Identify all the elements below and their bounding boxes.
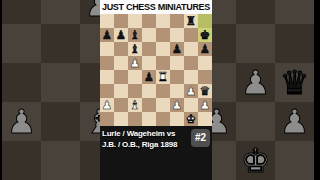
piece-black-b-c6: ♝ [128,42,142,56]
square-h2: ♟ [198,98,212,112]
square-d3 [142,84,156,98]
square-b2 [41,102,80,141]
square-f5 [170,56,184,70]
piece-black-p-b7: ♟ [114,28,128,42]
square-a5 [2,0,41,24]
square-g2 [184,98,198,112]
square-f6: ♟ [170,42,184,56]
square-b7: ♟ [114,28,128,42]
piece-white-b-c2: ♝ [128,98,142,112]
piece-white-p-g3: ♟ [184,84,198,98]
square-g1: ♚ [236,141,275,180]
square-e1 [156,112,170,126]
piece-white-p-f2: ♟ [170,98,184,112]
square-b4 [114,70,128,84]
content-column: JUST CHESS MINIATURES [100,0,212,14]
square-b6 [114,42,128,56]
square-e7 [156,28,170,42]
episode-badge: #2 [191,129,210,147]
square-b8 [114,14,128,28]
square-f2: ♟ [170,98,184,112]
square-h5 [198,56,212,70]
square-h8 [198,14,212,28]
square-c1 [128,112,142,126]
square-c6: ♝ [128,42,142,56]
square-g3: ♟ [236,63,275,102]
square-d8 [142,14,156,28]
piece-black-p-f6: ♟ [170,42,184,56]
piece-white-k-g1: ♚ [236,141,275,180]
page-title: JUST CHESS MINIATURES [100,0,212,14]
square-e3 [156,84,170,98]
piece-black-p-a7: ♟ [100,28,114,42]
square-g6 [184,42,198,56]
square-a4 [100,70,114,84]
square-e4: ♜ [156,70,170,84]
square-g1: ♚ [184,112,198,126]
piece-white-p-c5: ♟ [128,56,142,70]
square-h2: ♟ [275,102,314,141]
square-d5 [142,56,156,70]
square-h3: ♛ [198,84,212,98]
square-h1 [198,112,212,126]
square-b5 [41,0,80,24]
piece-white-p-h2: ♟ [275,102,314,141]
square-g3: ♟ [184,84,198,98]
square-f1 [170,112,184,126]
square-f7 [170,28,184,42]
square-a6 [100,42,114,56]
piece-black-q-h3: ♛ [275,63,314,102]
square-a4 [2,24,41,63]
square-e6 [156,42,170,56]
square-b2 [114,98,128,112]
square-c4 [128,70,142,84]
square-c3 [128,84,142,98]
square-h5 [275,0,314,24]
square-g4 [236,24,275,63]
square-d6 [142,42,156,56]
chess-board: ♜♟♟♝♚♝♟♟♟♟♜♟♛♟♝♟♟♚ [100,14,212,126]
square-a2: ♟ [2,102,41,141]
square-b1 [41,141,80,180]
piece-black-p-h6: ♟ [198,42,212,56]
square-d7 [142,28,156,42]
square-g5 [184,56,198,70]
square-d4: ♟ [142,70,156,84]
square-d1 [142,112,156,126]
piece-black-b-c7: ♝ [128,28,142,42]
caption-band: Lurie / Wageheim vs J.B. / O.B., Riga 18… [100,126,212,180]
piece-white-p-a2: ♟ [2,102,41,141]
square-a1 [2,141,41,180]
piece-black-k-h7: ♚ [198,28,212,42]
square-c8 [128,14,142,28]
square-g5 [236,0,275,24]
square-h7: ♚ [198,28,212,42]
square-b5 [114,56,128,70]
square-d2 [142,98,156,112]
video-frame: ♜♟♟♝♚♝♟♟♟♟♜♟♛♟♝♟♟♚ JUST CHESS MINIATURES… [0,0,320,180]
square-a8 [100,14,114,28]
square-h4 [275,24,314,63]
piece-black-q-h3: ♛ [198,84,212,98]
square-h1 [275,141,314,180]
square-a3 [2,63,41,102]
square-a1 [100,112,114,126]
square-g2 [236,102,275,141]
square-a5 [100,56,114,70]
piece-white-p-a2: ♟ [100,98,114,112]
square-b3 [114,84,128,98]
piece-white-p-h2: ♟ [198,98,212,112]
square-a7: ♟ [100,28,114,42]
piece-white-r-e4: ♜ [156,70,170,84]
square-c7: ♝ [128,28,142,42]
piece-black-p-d4: ♟ [142,70,156,84]
square-e5 [156,56,170,70]
square-b1 [114,112,128,126]
square-e8 [156,14,170,28]
square-e2 [156,98,170,112]
piece-white-p-g3: ♟ [236,63,275,102]
square-c5: ♟ [128,56,142,70]
square-g4 [184,70,198,84]
square-f8 [170,14,184,28]
square-h6: ♟ [198,42,212,56]
square-a3 [100,84,114,98]
square-h4 [198,70,212,84]
square-h3: ♛ [275,63,314,102]
square-c2: ♝ [128,98,142,112]
square-b3 [41,63,80,102]
piece-black-r-g8: ♜ [184,14,198,28]
square-g8: ♜ [184,14,198,28]
square-g7 [184,28,198,42]
square-f4 [170,70,184,84]
square-b4 [41,24,80,63]
piece-white-k-g1: ♚ [184,112,198,126]
square-f3 [170,84,184,98]
square-a2: ♟ [100,98,114,112]
